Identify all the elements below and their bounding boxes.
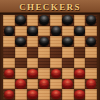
red-piece-glyph: ⛂ xyxy=(87,79,95,88)
black-piece[interactable]: ⛂ xyxy=(62,37,72,47)
red-piece-glyph: ⛂ xyxy=(5,90,13,99)
square-e3[interactable]: ⛂ xyxy=(50,68,62,79)
square-c5[interactable] xyxy=(27,47,39,58)
square-g3[interactable]: ⛂ xyxy=(74,68,86,79)
red-piece[interactable]: ⛂ xyxy=(4,69,14,79)
square-c3[interactable]: ⛂ xyxy=(27,68,39,79)
square-b2[interactable]: ⛂ xyxy=(15,79,27,90)
black-piece-glyph: ⛂ xyxy=(63,37,71,46)
square-c2 xyxy=(27,79,39,90)
square-e2 xyxy=(50,79,62,90)
red-piece[interactable]: ⛂ xyxy=(27,69,37,79)
red-piece[interactable]: ⛂ xyxy=(62,79,72,89)
square-h6[interactable]: ⛂ xyxy=(85,36,97,47)
square-c7[interactable]: ⛂ xyxy=(27,26,39,37)
square-e4 xyxy=(50,58,62,69)
title-bar: CHECKERS xyxy=(0,0,100,13)
checkers-app: CHECKERS ⛂⛂⛂⛂⛂⛂⛂⛂⛂⛂⛂⛂⛂⛂⛂⛂⛂⛂⛂⛂⛂⛂⛂⛂ xyxy=(0,0,100,100)
red-piece[interactable]: ⛂ xyxy=(74,69,84,79)
black-piece[interactable]: ⛂ xyxy=(86,15,96,25)
square-b1 xyxy=(15,89,27,100)
black-piece-glyph: ⛂ xyxy=(40,16,48,25)
square-f5 xyxy=(62,47,74,58)
red-piece[interactable]: ⛂ xyxy=(51,90,61,100)
black-piece-glyph: ⛂ xyxy=(16,37,24,46)
square-h4[interactable] xyxy=(85,58,97,69)
black-piece-glyph: ⛂ xyxy=(75,26,83,35)
square-c6 xyxy=(27,36,39,47)
red-piece-glyph: ⛂ xyxy=(5,69,13,78)
red-piece-glyph: ⛂ xyxy=(75,90,83,99)
black-piece-glyph: ⛂ xyxy=(28,26,36,35)
black-piece-glyph: ⛂ xyxy=(16,16,24,25)
red-piece[interactable]: ⛂ xyxy=(27,90,37,100)
red-piece-glyph: ⛂ xyxy=(28,69,36,78)
square-d2[interactable]: ⛂ xyxy=(38,79,50,90)
square-f6[interactable]: ⛂ xyxy=(62,36,74,47)
square-d3 xyxy=(38,68,50,79)
black-piece[interactable]: ⛂ xyxy=(15,37,25,47)
square-f7 xyxy=(62,26,74,37)
red-piece-glyph: ⛂ xyxy=(52,69,60,78)
square-c4 xyxy=(27,58,39,69)
square-a6 xyxy=(3,36,15,47)
square-b4[interactable] xyxy=(15,58,27,69)
square-g8 xyxy=(74,15,86,26)
black-piece-glyph: ⛂ xyxy=(87,16,95,25)
square-e7[interactable]: ⛂ xyxy=(50,26,62,37)
square-e5[interactable] xyxy=(50,47,62,58)
black-piece-glyph: ⛂ xyxy=(63,16,71,25)
square-a8 xyxy=(3,15,15,26)
square-f8[interactable]: ⛂ xyxy=(62,15,74,26)
app-title: CHECKERS xyxy=(19,2,81,12)
square-a2 xyxy=(3,79,15,90)
square-b7 xyxy=(15,26,27,37)
red-piece[interactable]: ⛂ xyxy=(4,90,14,100)
black-piece[interactable]: ⛂ xyxy=(39,15,49,25)
square-b6[interactable]: ⛂ xyxy=(15,36,27,47)
black-piece[interactable]: ⛂ xyxy=(4,26,14,36)
red-piece-glyph: ⛂ xyxy=(40,79,48,88)
red-piece[interactable]: ⛂ xyxy=(39,79,49,89)
square-c1[interactable]: ⛂ xyxy=(27,89,39,100)
square-d5 xyxy=(38,47,50,58)
square-h3 xyxy=(85,68,97,79)
red-piece[interactable]: ⛂ xyxy=(74,90,84,100)
square-a1[interactable]: ⛂ xyxy=(3,89,15,100)
square-e8 xyxy=(50,15,62,26)
square-f4[interactable] xyxy=(62,58,74,69)
black-piece[interactable]: ⛂ xyxy=(74,26,84,36)
square-b8[interactable]: ⛂ xyxy=(15,15,27,26)
red-piece[interactable]: ⛂ xyxy=(86,79,96,89)
black-piece-glyph: ⛂ xyxy=(40,37,48,46)
square-d7 xyxy=(38,26,50,37)
square-f3 xyxy=(62,68,74,79)
square-h1 xyxy=(85,89,97,100)
square-g7[interactable]: ⛂ xyxy=(74,26,86,37)
square-e6 xyxy=(50,36,62,47)
square-d4[interactable] xyxy=(38,58,50,69)
red-piece[interactable]: ⛂ xyxy=(51,69,61,79)
black-piece[interactable]: ⛂ xyxy=(62,15,72,25)
square-a4 xyxy=(3,58,15,69)
square-h5 xyxy=(85,47,97,58)
black-piece[interactable]: ⛂ xyxy=(86,37,96,47)
square-f1 xyxy=(62,89,74,100)
board: ⛂⛂⛂⛂⛂⛂⛂⛂⛂⛂⛂⛂⛂⛂⛂⛂⛂⛂⛂⛂⛂⛂⛂⛂ xyxy=(3,15,97,100)
square-e1[interactable]: ⛂ xyxy=(50,89,62,100)
black-piece-glyph: ⛂ xyxy=(5,26,13,35)
square-c8 xyxy=(27,15,39,26)
red-piece-glyph: ⛂ xyxy=(16,79,24,88)
square-g6 xyxy=(74,36,86,47)
red-piece-glyph: ⛂ xyxy=(52,90,60,99)
square-b5 xyxy=(15,47,27,58)
black-piece[interactable]: ⛂ xyxy=(15,15,25,25)
square-h7 xyxy=(85,26,97,37)
black-piece[interactable]: ⛂ xyxy=(39,37,49,47)
red-piece-glyph: ⛂ xyxy=(28,90,36,99)
square-f2[interactable]: ⛂ xyxy=(62,79,74,90)
square-d1 xyxy=(38,89,50,100)
black-piece[interactable]: ⛂ xyxy=(51,26,61,36)
square-a7[interactable]: ⛂ xyxy=(3,26,15,37)
red-piece-glyph: ⛂ xyxy=(63,79,71,88)
square-g1[interactable]: ⛂ xyxy=(74,89,86,100)
square-a5[interactable] xyxy=(3,47,15,58)
black-piece-glyph: ⛂ xyxy=(87,37,95,46)
square-g2 xyxy=(74,79,86,90)
square-g5[interactable] xyxy=(74,47,86,58)
board-frame: ⛂⛂⛂⛂⛂⛂⛂⛂⛂⛂⛂⛂⛂⛂⛂⛂⛂⛂⛂⛂⛂⛂⛂⛂ xyxy=(0,13,100,100)
red-piece[interactable]: ⛂ xyxy=(15,79,25,89)
square-a3[interactable]: ⛂ xyxy=(3,68,15,79)
square-d6[interactable]: ⛂ xyxy=(38,36,50,47)
square-b3 xyxy=(15,68,27,79)
square-g4 xyxy=(74,58,86,69)
black-piece-glyph: ⛂ xyxy=(52,26,60,35)
square-h2[interactable]: ⛂ xyxy=(85,79,97,90)
red-piece-glyph: ⛂ xyxy=(75,69,83,78)
black-piece[interactable]: ⛂ xyxy=(27,26,37,36)
square-h8[interactable]: ⛂ xyxy=(85,15,97,26)
square-d8[interactable]: ⛂ xyxy=(38,15,50,26)
